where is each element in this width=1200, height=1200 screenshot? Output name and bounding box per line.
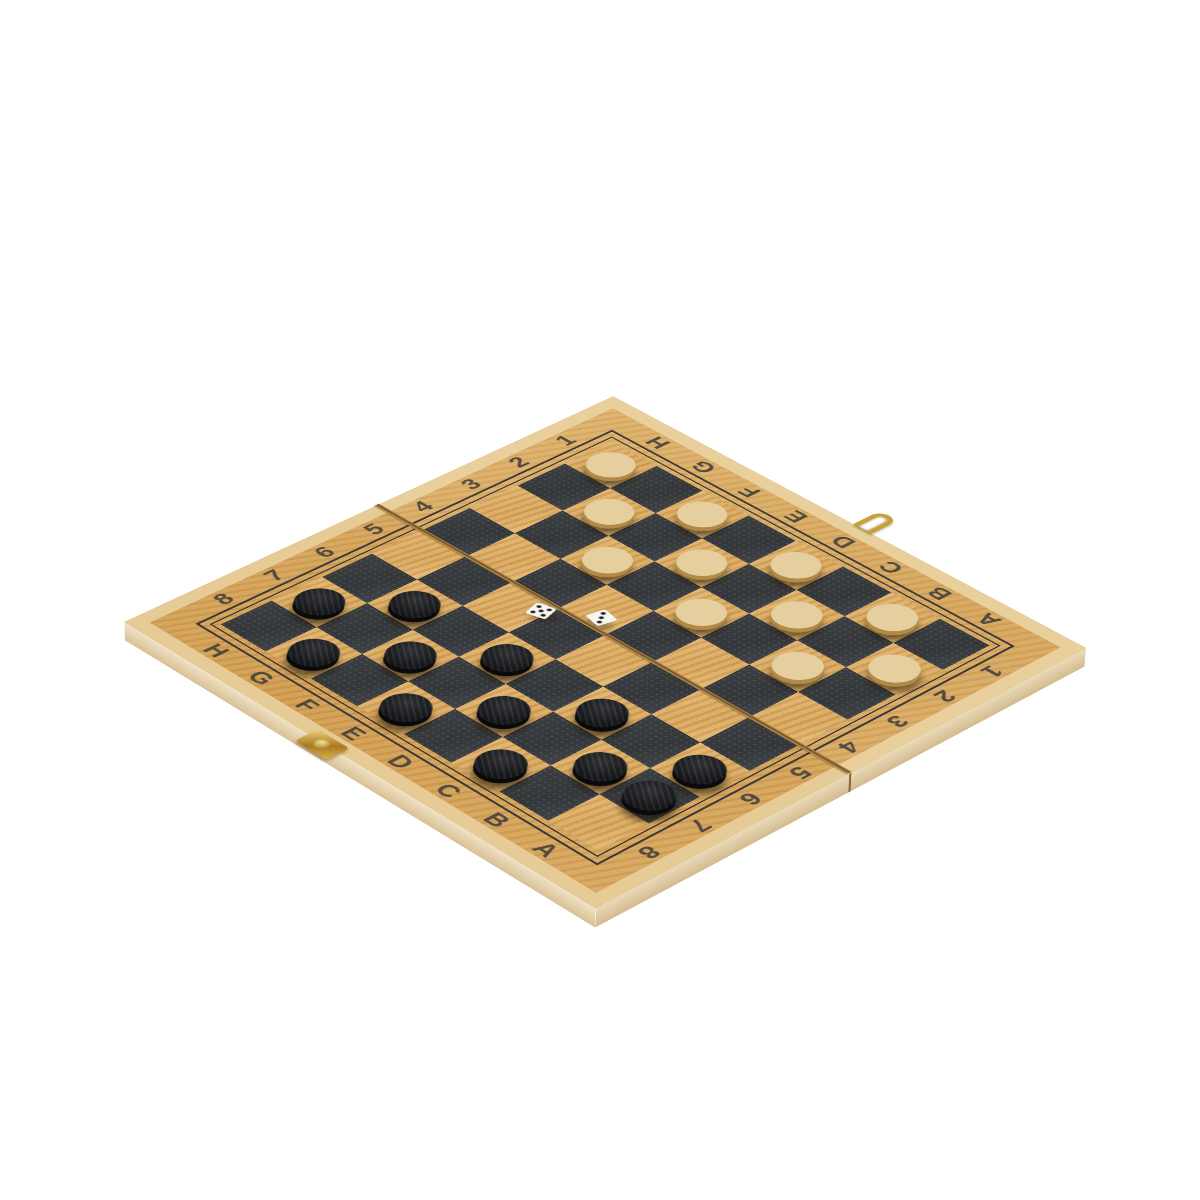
square-b5[interactable] <box>651 689 749 742</box>
square-c6[interactable] <box>553 687 651 740</box>
product-photo-stage: 11HH22GG33FF44EE55DD66CC77BB88AA <box>0 0 1200 1200</box>
square-d5[interactable] <box>556 635 653 687</box>
square-d6[interactable] <box>506 659 603 711</box>
checkers-board: 11HH22GG33FF44EE55DD66CC77BB88AA <box>125 397 1086 909</box>
square-b7[interactable] <box>551 740 651 795</box>
square-c5[interactable] <box>603 662 700 714</box>
